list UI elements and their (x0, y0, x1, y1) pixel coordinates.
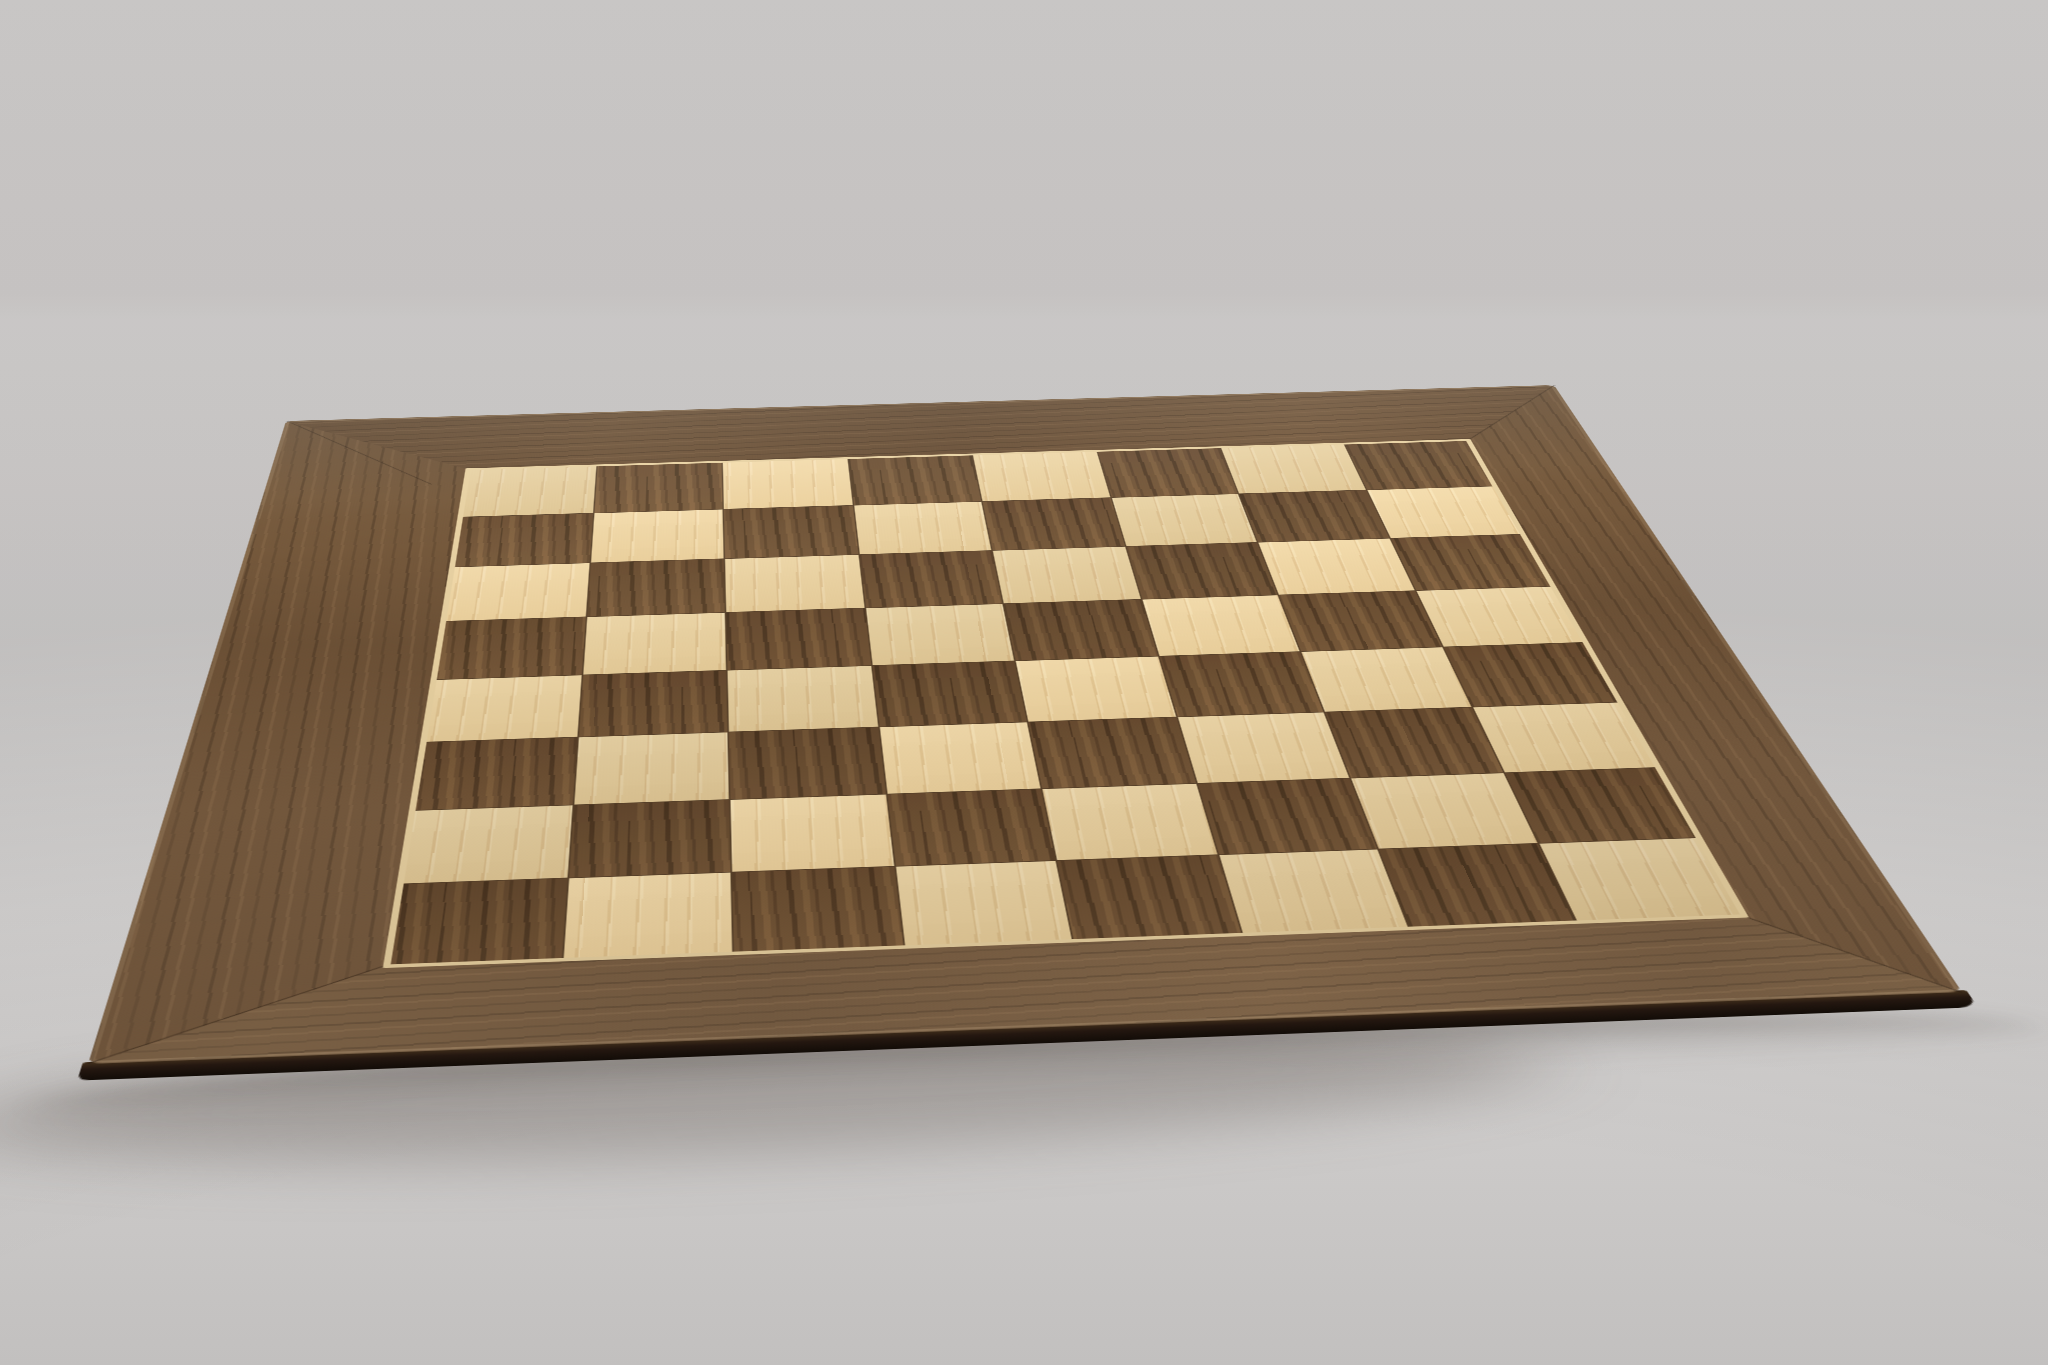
square-g6 (1258, 539, 1414, 595)
square-b8 (594, 463, 723, 513)
square-d5 (865, 604, 1014, 665)
square-d7 (854, 502, 992, 555)
square-g7 (1239, 490, 1389, 542)
square-c2 (731, 794, 894, 872)
square-e1 (1057, 855, 1240, 939)
square-f3 (1177, 712, 1349, 782)
square-g5 (1279, 591, 1441, 651)
square-e7 (983, 498, 1125, 551)
square-c7 (724, 505, 858, 558)
square-e4 (1016, 656, 1176, 721)
square-d2 (887, 789, 1056, 866)
square-a7 (455, 513, 592, 567)
square-b5 (583, 613, 726, 675)
square-f5 (1142, 595, 1300, 655)
square-d8 (848, 455, 981, 504)
square-f8 (1097, 448, 1237, 497)
square-f7 (1111, 494, 1257, 546)
square-d1 (895, 861, 1072, 945)
square-b7 (590, 509, 723, 562)
photo-scene (0, 0, 2048, 1365)
square-a4 (427, 675, 581, 742)
square-d4 (872, 661, 1027, 727)
square-e6 (993, 547, 1140, 603)
square-c8 (723, 459, 852, 509)
square-c1 (732, 867, 902, 952)
square-a6 (446, 563, 589, 621)
square-g3 (1325, 708, 1502, 778)
square-b6 (587, 559, 725, 616)
square-f1 (1219, 850, 1408, 933)
square-c4 (728, 666, 878, 732)
square-b4 (578, 670, 727, 737)
square-g8 (1221, 445, 1365, 494)
square-f6 (1126, 543, 1277, 599)
square-c5 (726, 608, 870, 669)
square-a5 (437, 617, 585, 679)
square-d6 (859, 551, 1002, 608)
square-e5 (1004, 600, 1157, 661)
square-a1 (391, 879, 567, 965)
square-b1 (563, 873, 732, 958)
square-c6 (725, 555, 864, 612)
square-c3 (729, 727, 885, 799)
square-e3 (1028, 717, 1195, 788)
square-e8 (973, 452, 1110, 501)
square-b3 (573, 732, 728, 804)
square-h7 (1367, 486, 1520, 538)
square-e2 (1042, 784, 1216, 861)
square-f2 (1197, 778, 1377, 854)
square-d3 (879, 722, 1040, 793)
square-h8 (1345, 441, 1492, 490)
square-a3 (416, 737, 577, 809)
square-b2 (568, 800, 730, 878)
square-g4 (1301, 647, 1470, 712)
square-f4 (1159, 652, 1324, 717)
square-a2 (404, 805, 572, 884)
square-a8 (463, 466, 596, 516)
